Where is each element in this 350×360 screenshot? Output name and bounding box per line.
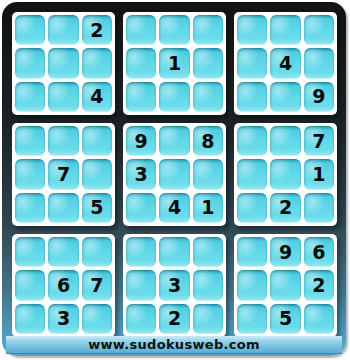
cell-r5c3[interactable] bbox=[82, 159, 112, 189]
cell-r8c6[interactable] bbox=[193, 270, 223, 300]
cell-r9c2[interactable]: 3 bbox=[48, 304, 78, 334]
cell-r8c8[interactable] bbox=[270, 270, 300, 300]
cell-r3c9[interactable]: 9 bbox=[304, 82, 334, 112]
cell-r1c5[interactable] bbox=[159, 15, 189, 45]
cell-r7c4[interactable] bbox=[126, 237, 156, 267]
cell-r7c1[interactable] bbox=[15, 237, 45, 267]
cell-r9c4[interactable] bbox=[126, 304, 156, 334]
cell-r5c2[interactable]: 7 bbox=[48, 159, 78, 189]
cell-r1c6[interactable] bbox=[193, 15, 223, 45]
cell-r6c3[interactable]: 5 bbox=[82, 193, 112, 223]
block-b7: 673 bbox=[12, 234, 115, 337]
cell-r2c7[interactable] bbox=[237, 48, 267, 78]
cell-r4c6[interactable]: 8 bbox=[193, 126, 223, 156]
cell-r4c9[interactable]: 7 bbox=[304, 126, 334, 156]
cell-r8c9[interactable]: 2 bbox=[304, 270, 334, 300]
cell-r2c4[interactable] bbox=[126, 48, 156, 78]
cell-r8c1[interactable] bbox=[15, 270, 45, 300]
cell-r2c1[interactable] bbox=[15, 48, 45, 78]
cell-r1c8[interactable] bbox=[270, 15, 300, 45]
sudoku-grid: 241497598341712673329625 bbox=[12, 12, 337, 337]
block-b8: 32 bbox=[123, 234, 226, 337]
cell-r5c9[interactable]: 1 bbox=[304, 159, 334, 189]
cell-r5c1[interactable] bbox=[15, 159, 45, 189]
cell-r8c3[interactable]: 7 bbox=[82, 270, 112, 300]
cell-r4c7[interactable] bbox=[237, 126, 267, 156]
cell-r8c5[interactable]: 3 bbox=[159, 270, 189, 300]
site-link[interactable]: www.sudokusweb.com bbox=[6, 336, 342, 354]
cell-r2c3[interactable] bbox=[82, 48, 112, 78]
cell-r2c8[interactable]: 4 bbox=[270, 48, 300, 78]
block-b3: 49 bbox=[234, 12, 337, 115]
cell-r5c8[interactable] bbox=[270, 159, 300, 189]
cell-r3c4[interactable] bbox=[126, 82, 156, 112]
cell-r4c3[interactable] bbox=[82, 126, 112, 156]
cell-r4c5[interactable] bbox=[159, 126, 189, 156]
cell-r6c7[interactable] bbox=[237, 193, 267, 223]
block-b5: 98341 bbox=[123, 123, 226, 226]
block-b4: 75 bbox=[12, 123, 115, 226]
cell-r7c9[interactable]: 6 bbox=[304, 237, 334, 267]
cell-r7c6[interactable] bbox=[193, 237, 223, 267]
cell-r3c8[interactable] bbox=[270, 82, 300, 112]
cell-r7c7[interactable] bbox=[237, 237, 267, 267]
cell-r6c6[interactable]: 1 bbox=[193, 193, 223, 223]
cell-r8c4[interactable] bbox=[126, 270, 156, 300]
cell-r1c1[interactable] bbox=[15, 15, 45, 45]
cell-r5c6[interactable] bbox=[193, 159, 223, 189]
cell-r7c5[interactable] bbox=[159, 237, 189, 267]
block-b2: 1 bbox=[123, 12, 226, 115]
cell-r8c2[interactable]: 6 bbox=[48, 270, 78, 300]
cell-r6c4[interactable] bbox=[126, 193, 156, 223]
cell-r2c9[interactable] bbox=[304, 48, 334, 78]
cell-r3c7[interactable] bbox=[237, 82, 267, 112]
cell-r4c8[interactable] bbox=[270, 126, 300, 156]
cell-r4c2[interactable] bbox=[48, 126, 78, 156]
cell-r3c2[interactable] bbox=[48, 82, 78, 112]
cell-r1c3[interactable]: 2 bbox=[82, 15, 112, 45]
cell-r5c7[interactable] bbox=[237, 159, 267, 189]
cell-r5c4[interactable]: 3 bbox=[126, 159, 156, 189]
block-b9: 9625 bbox=[234, 234, 337, 337]
cell-r2c2[interactable] bbox=[48, 48, 78, 78]
cell-r9c7[interactable] bbox=[237, 304, 267, 334]
cell-r9c6[interactable] bbox=[193, 304, 223, 334]
cell-r9c8[interactable]: 5 bbox=[270, 304, 300, 334]
cell-r6c8[interactable]: 2 bbox=[270, 193, 300, 223]
cell-r6c5[interactable]: 4 bbox=[159, 193, 189, 223]
cell-r3c5[interactable] bbox=[159, 82, 189, 112]
cell-r1c4[interactable] bbox=[126, 15, 156, 45]
cell-r7c3[interactable] bbox=[82, 237, 112, 267]
cell-r4c1[interactable] bbox=[15, 126, 45, 156]
cell-r6c2[interactable] bbox=[48, 193, 78, 223]
cell-r1c9[interactable] bbox=[304, 15, 334, 45]
cell-r8c7[interactable] bbox=[237, 270, 267, 300]
cell-r4c4[interactable]: 9 bbox=[126, 126, 156, 156]
board-frame: 241497598341712673329625 www.sudokusweb.… bbox=[2, 2, 346, 356]
cell-r3c1[interactable] bbox=[15, 82, 45, 112]
cell-r9c9[interactable] bbox=[304, 304, 334, 334]
cell-r1c7[interactable] bbox=[237, 15, 267, 45]
cell-r3c6[interactable] bbox=[193, 82, 223, 112]
cell-r7c8[interactable]: 9 bbox=[270, 237, 300, 267]
cell-r6c1[interactable] bbox=[15, 193, 45, 223]
block-b6: 712 bbox=[234, 123, 337, 226]
cell-r9c5[interactable]: 2 bbox=[159, 304, 189, 334]
cell-r9c1[interactable] bbox=[15, 304, 45, 334]
block-b1: 24 bbox=[12, 12, 115, 115]
cell-r5c5[interactable] bbox=[159, 159, 189, 189]
cell-r9c3[interactable] bbox=[82, 304, 112, 334]
cell-r6c9[interactable] bbox=[304, 193, 334, 223]
cell-r1c2[interactable] bbox=[48, 15, 78, 45]
cell-r3c3[interactable]: 4 bbox=[82, 82, 112, 112]
cell-r2c5[interactable]: 1 bbox=[159, 48, 189, 78]
cell-r7c2[interactable] bbox=[48, 237, 78, 267]
cell-r2c6[interactable] bbox=[193, 48, 223, 78]
